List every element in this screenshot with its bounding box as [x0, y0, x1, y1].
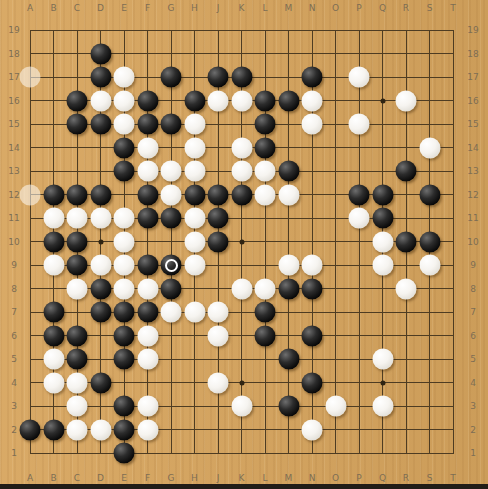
stone-black-H16[interactable] — [184, 90, 205, 111]
stone-white-K13[interactable] — [231, 161, 252, 182]
go-board[interactable]: AABBCCDDEEFFGGHHJJKKLLMMNNOOPPQQRRSSTT19… — [0, 0, 488, 489]
stone-black-R10[interactable] — [396, 231, 417, 252]
stone-black-C9[interactable] — [67, 255, 88, 276]
row-label-right: 19 — [467, 25, 478, 35]
row-label-right: 17 — [467, 72, 478, 82]
stone-white-P15[interactable] — [349, 114, 370, 135]
stone-white-F6[interactable] — [137, 325, 158, 346]
stone-white-E8[interactable] — [114, 278, 135, 299]
row-label-left: 17 — [8, 72, 19, 82]
stone-white-S9[interactable] — [419, 255, 440, 276]
star-point — [98, 239, 103, 244]
stone-black-Q12[interactable] — [372, 184, 393, 205]
stone-black-F12[interactable] — [137, 184, 158, 205]
row-label-left: 5 — [11, 354, 17, 364]
row-label-left: 14 — [8, 143, 19, 153]
stone-white-L13[interactable] — [255, 161, 276, 182]
stone-white-G7[interactable] — [161, 302, 182, 323]
column-label-bottom: L — [262, 473, 267, 483]
stone-white-P17[interactable] — [349, 67, 370, 88]
stone-black-F11[interactable] — [137, 208, 158, 229]
row-label-right: 6 — [470, 331, 476, 341]
column-label-top: R — [403, 3, 409, 13]
row-label-left: 1 — [11, 448, 17, 458]
column-label-bottom: N — [309, 473, 316, 483]
stone-white-H7[interactable] — [184, 302, 205, 323]
stone-black-G17[interactable] — [161, 67, 182, 88]
column-label-bottom: T — [450, 473, 456, 483]
stone-white-Q5[interactable] — [372, 349, 393, 370]
stone-black-D12[interactable] — [90, 184, 111, 205]
row-label-left: 3 — [11, 401, 17, 411]
stone-black-L16[interactable] — [255, 90, 276, 111]
stone-white-E9[interactable] — [114, 255, 135, 276]
column-label-top: A — [27, 3, 33, 13]
stone-white-H10[interactable] — [184, 231, 205, 252]
row-label-right: 11 — [467, 213, 478, 223]
column-label-top: B — [50, 3, 56, 13]
stone-black-R13[interactable] — [396, 161, 417, 182]
stone-ghost-white-A17[interactable] — [20, 67, 41, 88]
column-label-top: Q — [379, 3, 386, 13]
stone-white-D16[interactable] — [90, 90, 111, 111]
stone-white-K14[interactable] — [231, 137, 252, 158]
row-label-right: 3 — [470, 401, 476, 411]
row-label-left: 15 — [8, 119, 19, 129]
stone-white-H9[interactable] — [184, 255, 205, 276]
stone-black-E3[interactable] — [114, 396, 135, 417]
column-label-top: S — [427, 3, 433, 13]
stone-white-F13[interactable] — [137, 161, 158, 182]
row-label-right: 12 — [467, 190, 478, 200]
bottom-edge-strip — [0, 484, 488, 489]
row-label-left: 10 — [8, 237, 19, 247]
stone-white-B11[interactable] — [43, 208, 64, 229]
row-label-left: 9 — [11, 260, 17, 270]
column-label-bottom: S — [427, 473, 433, 483]
row-label-right: 7 — [470, 307, 476, 317]
stone-black-M5[interactable] — [278, 349, 299, 370]
stone-white-K3[interactable] — [231, 396, 252, 417]
stone-white-J7[interactable] — [208, 302, 229, 323]
stone-ghost-white-A12[interactable] — [20, 184, 41, 205]
stone-white-N15[interactable] — [302, 114, 323, 135]
stone-black-G9[interactable] — [161, 255, 182, 276]
stone-black-N6[interactable] — [302, 325, 323, 346]
row-label-left: 7 — [11, 307, 17, 317]
stone-black-B2[interactable] — [43, 419, 64, 440]
stone-black-J11[interactable] — [208, 208, 229, 229]
stone-black-F15[interactable] — [137, 114, 158, 135]
stone-white-L12[interactable] — [255, 184, 276, 205]
column-label-bottom: C — [74, 473, 80, 483]
grid-line-vertical — [359, 30, 360, 454]
stone-black-K17[interactable] — [231, 67, 252, 88]
stone-black-B7[interactable] — [43, 302, 64, 323]
row-label-right: 2 — [470, 425, 476, 435]
row-label-left: 4 — [11, 378, 17, 388]
stone-black-L6[interactable] — [255, 325, 276, 346]
row-label-right: 16 — [467, 96, 478, 106]
column-label-top: T — [450, 3, 456, 13]
stone-black-C10[interactable] — [67, 231, 88, 252]
stone-white-L8[interactable] — [255, 278, 276, 299]
row-label-left: 6 — [11, 331, 17, 341]
grid-line-horizontal — [30, 453, 454, 454]
column-label-bottom: O — [332, 473, 339, 483]
column-label-top: O — [332, 3, 339, 13]
stone-black-E1[interactable] — [114, 443, 135, 464]
stone-white-C11[interactable] — [67, 208, 88, 229]
stone-black-E7[interactable] — [114, 302, 135, 323]
stone-black-M16[interactable] — [278, 90, 299, 111]
stone-white-C2[interactable] — [67, 419, 88, 440]
stone-black-G11[interactable] — [161, 208, 182, 229]
stone-white-K16[interactable] — [231, 90, 252, 111]
column-label-bottom: G — [168, 473, 175, 483]
stone-white-F3[interactable] — [137, 396, 158, 417]
stone-black-J12[interactable] — [208, 184, 229, 205]
stone-black-D8[interactable] — [90, 278, 111, 299]
stone-black-N4[interactable] — [302, 372, 323, 393]
stone-white-M9[interactable] — [278, 255, 299, 276]
stone-black-E5[interactable] — [114, 349, 135, 370]
column-label-bottom: B — [50, 473, 56, 483]
stone-black-C6[interactable] — [67, 325, 88, 346]
star-point — [239, 239, 244, 244]
stone-black-A2[interactable] — [20, 419, 41, 440]
column-label-top: M — [285, 3, 293, 13]
stone-black-N17[interactable] — [302, 67, 323, 88]
stone-black-B12[interactable] — [43, 184, 64, 205]
stone-white-K8[interactable] — [231, 278, 252, 299]
stone-black-F9[interactable] — [137, 255, 158, 276]
stone-black-P12[interactable] — [349, 184, 370, 205]
stone-white-B9[interactable] — [43, 255, 64, 276]
column-label-top: K — [239, 3, 245, 13]
stone-white-N9[interactable] — [302, 255, 323, 276]
last-move-marker — [165, 259, 178, 272]
row-label-left: 19 — [8, 25, 19, 35]
stone-white-M12[interactable] — [278, 184, 299, 205]
stone-white-J6[interactable] — [208, 325, 229, 346]
stone-black-C12[interactable] — [67, 184, 88, 205]
stone-black-D17[interactable] — [90, 67, 111, 88]
stone-black-S10[interactable] — [419, 231, 440, 252]
stone-white-R8[interactable] — [396, 278, 417, 299]
stone-white-F14[interactable] — [137, 137, 158, 158]
row-label-right: 14 — [467, 143, 478, 153]
stone-white-N2[interactable] — [302, 419, 323, 440]
grid-line-vertical — [335, 30, 336, 454]
row-label-right: 4 — [470, 378, 476, 388]
stone-white-J4[interactable] — [208, 372, 229, 393]
stone-white-E17[interactable] — [114, 67, 135, 88]
stone-black-L7[interactable] — [255, 302, 276, 323]
stone-black-B6[interactable] — [43, 325, 64, 346]
stone-white-J16[interactable] — [208, 90, 229, 111]
stone-white-E16[interactable] — [114, 90, 135, 111]
column-label-top: J — [217, 3, 220, 13]
stone-white-G13[interactable] — [161, 161, 182, 182]
stone-white-G12[interactable] — [161, 184, 182, 205]
row-label-left: 12 — [8, 190, 19, 200]
stone-black-L15[interactable] — [255, 114, 276, 135]
column-label-bottom: D — [97, 473, 104, 483]
column-label-top: D — [97, 3, 104, 13]
stone-white-F5[interactable] — [137, 349, 158, 370]
stone-black-S12[interactable] — [419, 184, 440, 205]
stone-white-H11[interactable] — [184, 208, 205, 229]
star-point — [380, 98, 385, 103]
stone-white-E15[interactable] — [114, 114, 135, 135]
stone-white-D9[interactable] — [90, 255, 111, 276]
row-label-left: 18 — [8, 49, 19, 59]
stone-black-C5[interactable] — [67, 349, 88, 370]
column-label-bottom: R — [403, 473, 409, 483]
stone-black-G8[interactable] — [161, 278, 182, 299]
column-label-top: N — [309, 3, 316, 13]
column-label-bottom: A — [27, 473, 33, 483]
row-label-left: 8 — [11, 284, 17, 294]
stone-black-E6[interactable] — [114, 325, 135, 346]
row-label-right: 10 — [467, 237, 478, 247]
stone-white-E10[interactable] — [114, 231, 135, 252]
stone-black-G15[interactable] — [161, 114, 182, 135]
stone-black-N8[interactable] — [302, 278, 323, 299]
stone-black-M13[interactable] — [278, 161, 299, 182]
column-label-bottom: F — [145, 473, 150, 483]
stone-white-Q10[interactable] — [372, 231, 393, 252]
stone-black-D4[interactable] — [90, 372, 111, 393]
column-label-bottom: Q — [379, 473, 386, 483]
stone-white-D11[interactable] — [90, 208, 111, 229]
stone-white-H15[interactable] — [184, 114, 205, 135]
stone-black-M3[interactable] — [278, 396, 299, 417]
column-label-bottom: M — [285, 473, 293, 483]
stone-black-J17[interactable] — [208, 67, 229, 88]
stone-black-H12[interactable] — [184, 184, 205, 205]
grid-line-horizontal — [30, 335, 454, 336]
stone-black-E13[interactable] — [114, 161, 135, 182]
stone-white-B4[interactable] — [43, 372, 64, 393]
stone-white-E11[interactable] — [114, 208, 135, 229]
stone-white-Q3[interactable] — [372, 396, 393, 417]
row-label-left: 13 — [8, 166, 19, 176]
stone-white-O3[interactable] — [325, 396, 346, 417]
column-label-top: F — [145, 3, 150, 13]
stone-black-D15[interactable] — [90, 114, 111, 135]
stone-black-B10[interactable] — [43, 231, 64, 252]
stone-white-B5[interactable] — [43, 349, 64, 370]
stone-black-J10[interactable] — [208, 231, 229, 252]
stone-black-F7[interactable] — [137, 302, 158, 323]
column-label-top: H — [191, 3, 198, 13]
stone-white-H13[interactable] — [184, 161, 205, 182]
stone-white-F8[interactable] — [137, 278, 158, 299]
row-label-right: 8 — [470, 284, 476, 294]
stone-white-C4[interactable] — [67, 372, 88, 393]
column-label-top: C — [74, 3, 80, 13]
row-label-right: 1 — [470, 448, 476, 458]
stone-black-E2[interactable] — [114, 419, 135, 440]
row-label-right: 5 — [470, 354, 476, 364]
column-label-bottom: E — [121, 473, 127, 483]
stone-white-P11[interactable] — [349, 208, 370, 229]
stone-white-C8[interactable] — [67, 278, 88, 299]
row-label-right: 15 — [467, 119, 478, 129]
stone-white-Q9[interactable] — [372, 255, 393, 276]
stone-black-K12[interactable] — [231, 184, 252, 205]
star-point — [239, 380, 244, 385]
stone-black-F16[interactable] — [137, 90, 158, 111]
column-label-top: L — [262, 3, 267, 13]
row-label-left: 2 — [11, 425, 17, 435]
stone-white-D2[interactable] — [90, 419, 111, 440]
row-label-right: 9 — [470, 260, 476, 270]
stone-white-H14[interactable] — [184, 137, 205, 158]
column-label-bottom: P — [356, 473, 361, 483]
column-label-top: E — [121, 3, 127, 13]
stone-white-S14[interactable] — [419, 137, 440, 158]
row-label-left: 11 — [8, 213, 19, 223]
stone-black-M8[interactable] — [278, 278, 299, 299]
row-label-right: 13 — [467, 166, 478, 176]
stone-black-D18[interactable] — [90, 43, 111, 64]
stone-white-N16[interactable] — [302, 90, 323, 111]
stone-black-D7[interactable] — [90, 302, 111, 323]
stone-black-L14[interactable] — [255, 137, 276, 158]
column-label-bottom: J — [217, 473, 220, 483]
grid-line-vertical — [453, 30, 454, 454]
stone-white-R16[interactable] — [396, 90, 417, 111]
row-label-left: 16 — [8, 96, 19, 106]
star-point — [380, 380, 385, 385]
row-label-right: 18 — [467, 49, 478, 59]
column-label-bottom: K — [239, 473, 245, 483]
stone-black-E14[interactable] — [114, 137, 135, 158]
column-label-top: G — [168, 3, 175, 13]
stone-white-C3[interactable] — [67, 396, 88, 417]
column-label-top: P — [356, 3, 361, 13]
stone-black-C15[interactable] — [67, 114, 88, 135]
column-label-bottom: H — [191, 473, 198, 483]
stone-white-F2[interactable] — [137, 419, 158, 440]
stone-black-C16[interactable] — [67, 90, 88, 111]
stone-black-Q11[interactable] — [372, 208, 393, 229]
